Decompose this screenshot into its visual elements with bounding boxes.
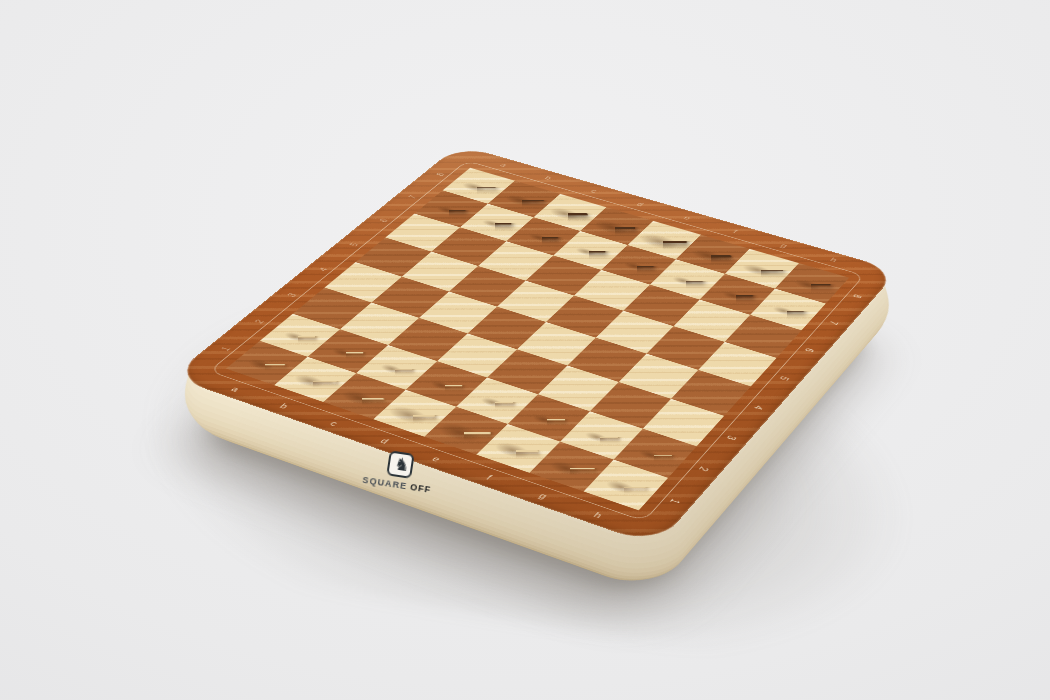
product-photo-stage: aabbccddeeffgghh8877665544332211 ♜♞♟♝♟♛♟… [0,0,1050,700]
black-pawn-glyph: ♟ [660,236,711,287]
black-pawn-glyph: ♟ [710,251,761,302]
white-rook-glyph: ♜ [590,427,659,496]
black-pawn-glyph: ♟ [425,168,474,217]
black-pawn-glyph: ♟ [761,266,813,318]
black-pawn-glyph: ♟ [564,208,614,258]
black-pawn-glyph: ♟ [470,181,519,230]
knight-logo-icon: ♞ [386,450,414,478]
black-pawn-glyph: ♟ [612,222,662,272]
knight-glyph: ♞ [393,453,411,476]
black-pawn-glyph: ♟ [517,194,566,244]
